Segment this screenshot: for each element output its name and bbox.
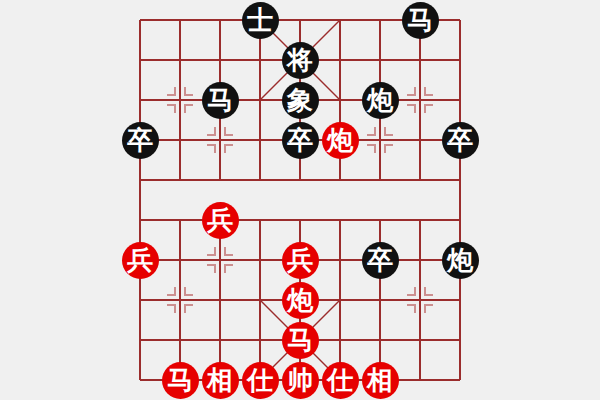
point-h6[interactable] — [400, 200, 440, 240]
piece-red-cannon[interactable]: 炮 — [322, 122, 359, 159]
point-f1[interactable] — [320, 0, 360, 40]
point-e1[interactable] — [280, 0, 320, 40]
point-c1[interactable] — [200, 0, 240, 40]
point-b7[interactable] — [160, 240, 200, 280]
point-a3[interactable] — [120, 80, 160, 120]
point-d2[interactable] — [240, 40, 280, 80]
point-f3[interactable] — [320, 80, 360, 120]
point-h1[interactable]: 马 — [400, 0, 440, 40]
piece-black-soldier[interactable]: 卒 — [122, 122, 159, 159]
point-g4[interactable] — [360, 120, 400, 160]
point-i9[interactable] — [440, 320, 480, 360]
point-c3[interactable]: 马 — [200, 80, 240, 120]
point-e9[interactable]: 马 — [280, 320, 320, 360]
point-d1[interactable]: 士 — [240, 0, 280, 40]
point-e3[interactable]: 象 — [280, 80, 320, 120]
point-b4[interactable] — [160, 120, 200, 160]
point-i4[interactable]: 卒 — [440, 120, 480, 160]
point-a10[interactable] — [120, 360, 160, 400]
piece-black-cannon[interactable]: 炮 — [442, 242, 479, 279]
point-c6[interactable]: 兵 — [200, 200, 240, 240]
point-i3[interactable] — [440, 80, 480, 120]
piece-red-soldier[interactable]: 兵 — [202, 202, 239, 239]
point-e7[interactable]: 兵 — [280, 240, 320, 280]
point-h5[interactable] — [400, 160, 440, 200]
point-a1[interactable] — [120, 0, 160, 40]
piece-red-horse[interactable]: 马 — [282, 322, 319, 359]
piece-red-soldier[interactable]: 兵 — [282, 242, 319, 279]
piece-red-horse[interactable]: 马 — [162, 362, 199, 399]
point-i5[interactable] — [440, 160, 480, 200]
point-g3[interactable]: 炮 — [360, 80, 400, 120]
point-d8[interactable] — [240, 280, 280, 320]
point-b2[interactable] — [160, 40, 200, 80]
piece-black-horse[interactable]: 马 — [402, 2, 439, 39]
point-f9[interactable] — [320, 320, 360, 360]
point-g5[interactable] — [360, 160, 400, 200]
point-c9[interactable] — [200, 320, 240, 360]
piece-red-elephant[interactable]: 相 — [202, 362, 239, 399]
point-b9[interactable] — [160, 320, 200, 360]
point-c8[interactable] — [200, 280, 240, 320]
point-c5[interactable] — [200, 160, 240, 200]
point-a2[interactable] — [120, 40, 160, 80]
piece-black-general[interactable]: 将 — [282, 42, 319, 79]
point-a4[interactable]: 卒 — [120, 120, 160, 160]
point-d4[interactable] — [240, 120, 280, 160]
piece-black-cannon[interactable]: 炮 — [362, 82, 399, 119]
point-e6[interactable] — [280, 200, 320, 240]
point-f4[interactable]: 炮 — [320, 120, 360, 160]
point-h2[interactable] — [400, 40, 440, 80]
piece-black-soldier[interactable]: 卒 — [442, 122, 479, 159]
point-g7[interactable]: 卒 — [360, 240, 400, 280]
piece-red-cannon[interactable]: 炮 — [282, 282, 319, 319]
piece-red-elephant[interactable]: 相 — [362, 362, 399, 399]
point-c4[interactable] — [200, 120, 240, 160]
point-d10[interactable]: 仕 — [240, 360, 280, 400]
piece-black-advisor[interactable]: 士 — [242, 2, 279, 39]
point-b1[interactable] — [160, 0, 200, 40]
point-f7[interactable] — [320, 240, 360, 280]
point-c10[interactable]: 相 — [200, 360, 240, 400]
point-d9[interactable] — [240, 320, 280, 360]
point-h8[interactable] — [400, 280, 440, 320]
point-a7[interactable]: 兵 — [120, 240, 160, 280]
point-i10[interactable] — [440, 360, 480, 400]
point-g10[interactable]: 相 — [360, 360, 400, 400]
point-e8[interactable]: 炮 — [280, 280, 320, 320]
point-d7[interactable] — [240, 240, 280, 280]
point-h10[interactable] — [400, 360, 440, 400]
point-h7[interactable] — [400, 240, 440, 280]
point-b6[interactable] — [160, 200, 200, 240]
point-h4[interactable] — [400, 120, 440, 160]
point-e5[interactable] — [280, 160, 320, 200]
point-a5[interactable] — [120, 160, 160, 200]
point-e4[interactable]: 卒 — [280, 120, 320, 160]
point-g8[interactable] — [360, 280, 400, 320]
point-f6[interactable] — [320, 200, 360, 240]
point-g6[interactable] — [360, 200, 400, 240]
point-b3[interactable] — [160, 80, 200, 120]
point-b8[interactable] — [160, 280, 200, 320]
point-i7[interactable]: 炮 — [440, 240, 480, 280]
point-d6[interactable] — [240, 200, 280, 240]
board-grid: 士马将马象炮卒卒炮卒兵兵兵卒炮炮马马相仕帅仕相 — [120, 0, 480, 400]
point-d5[interactable] — [240, 160, 280, 200]
point-e2[interactable]: 将 — [280, 40, 320, 80]
point-a8[interactable] — [120, 280, 160, 320]
point-g9[interactable] — [360, 320, 400, 360]
point-f8[interactable] — [320, 280, 360, 320]
piece-red-general[interactable]: 帅 — [282, 362, 319, 399]
point-i2[interactable] — [440, 40, 480, 80]
point-h3[interactable] — [400, 80, 440, 120]
point-a9[interactable] — [120, 320, 160, 360]
point-e10[interactable]: 帅 — [280, 360, 320, 400]
point-g2[interactable] — [360, 40, 400, 80]
piece-red-advisor[interactable]: 仕 — [242, 362, 279, 399]
xiangqi-board: 士马将马象炮卒卒炮卒兵兵兵卒炮炮马马相仕帅仕相 — [0, 0, 600, 400]
point-g1[interactable] — [360, 0, 400, 40]
point-i6[interactable] — [440, 200, 480, 240]
point-d3[interactable] — [240, 80, 280, 120]
piece-black-horse[interactable]: 马 — [202, 82, 239, 119]
point-i8[interactable] — [440, 280, 480, 320]
point-a6[interactable] — [120, 200, 160, 240]
point-f10[interactable]: 仕 — [320, 360, 360, 400]
point-c7[interactable] — [200, 240, 240, 280]
point-h9[interactable] — [400, 320, 440, 360]
point-f2[interactable] — [320, 40, 360, 80]
point-b5[interactable] — [160, 160, 200, 200]
point-i1[interactable] — [440, 0, 480, 40]
point-b10[interactable]: 马 — [160, 360, 200, 400]
piece-black-elephant[interactable]: 象 — [282, 82, 319, 119]
point-c2[interactable] — [200, 40, 240, 80]
piece-black-soldier[interactable]: 卒 — [282, 122, 319, 159]
piece-red-advisor[interactable]: 仕 — [322, 362, 359, 399]
piece-black-soldier[interactable]: 卒 — [362, 242, 399, 279]
point-f5[interactable] — [320, 160, 360, 200]
piece-red-soldier[interactable]: 兵 — [122, 242, 159, 279]
